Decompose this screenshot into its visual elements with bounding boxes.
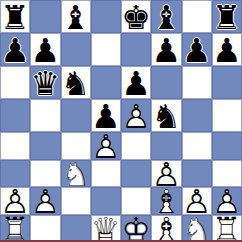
square-c1[interactable] (61, 215, 91, 242)
square-c6[interactable]: ♞ (61, 66, 91, 99)
square-b4[interactable] (30, 132, 60, 160)
square-a4[interactable] (0, 132, 30, 160)
piece-black-knight-icon: ♞ (61, 67, 91, 100)
square-d7[interactable] (91, 33, 121, 66)
piece-white-knight-icon: ♞♘ (61, 160, 91, 188)
square-d4[interactable]: ♟♙ (91, 132, 121, 160)
chess-board-widget: ♜♝♚♝♜♟♟♟♟♟♛♞♟♟♟♙♞♟♙♞♘♟♙♟♙♟♙♝♗♟♙♟♙♜♖♛♕♚♔♝… (0, 0, 242, 242)
piece-black-pawn-icon: ♟ (0, 34, 30, 67)
piece-white-king-icon: ♚♔ (121, 215, 151, 242)
square-f5[interactable]: ♞ (151, 99, 181, 132)
piece-white-rook-icon: ♜♖ (212, 215, 242, 242)
square-b1[interactable] (30, 215, 60, 242)
square-e7[interactable] (121, 33, 151, 66)
square-e1[interactable]: ♚♔ (121, 215, 151, 242)
piece-black-rook-icon: ♜ (0, 1, 30, 34)
square-e3[interactable] (121, 160, 151, 188)
piece-black-knight-icon: ♞ (151, 100, 181, 133)
square-a5[interactable] (0, 99, 30, 132)
square-h1[interactable]: ♜♖ (212, 215, 242, 242)
square-c8[interactable]: ♝ (61, 0, 91, 33)
square-d1[interactable]: ♛♕ (91, 215, 121, 242)
square-f1[interactable]: ♝♗ (151, 215, 181, 242)
square-c3[interactable]: ♞♘ (61, 160, 91, 188)
piece-black-pawn-icon: ♟ (121, 67, 151, 100)
square-a7[interactable]: ♟ (0, 33, 30, 66)
square-a6[interactable] (0, 66, 30, 99)
piece-black-rook-icon: ♜ (212, 1, 242, 34)
piece-white-pawn-icon: ♟♙ (91, 133, 121, 161)
square-e8[interactable]: ♚ (121, 0, 151, 33)
piece-black-pawn-icon: ♟ (30, 34, 60, 67)
square-b2[interactable]: ♟♙ (30, 187, 60, 215)
square-e6[interactable]: ♟ (121, 66, 151, 99)
square-h8[interactable]: ♜ (212, 0, 242, 33)
square-b5[interactable] (30, 99, 60, 132)
square-c7[interactable] (61, 33, 91, 66)
piece-white-rook-icon: ♜♖ (0, 215, 30, 242)
square-c5[interactable] (61, 99, 91, 132)
square-b6[interactable]: ♛ (30, 66, 60, 99)
piece-white-queen-icon: ♛♕ (91, 215, 121, 242)
square-g5[interactable] (182, 99, 212, 132)
square-c2[interactable] (61, 187, 91, 215)
square-d6[interactable] (91, 66, 121, 99)
square-g8[interactable] (182, 0, 212, 33)
piece-black-queen-icon: ♛ (30, 67, 60, 100)
piece-white-bishop-icon: ♝♗ (151, 215, 181, 242)
square-h4[interactable] (212, 132, 242, 160)
piece-white-pawn-icon: ♟♙ (30, 188, 60, 216)
square-h7[interactable]: ♟ (212, 33, 242, 66)
square-g6[interactable] (182, 66, 212, 99)
piece-black-pawn-icon: ♟ (151, 34, 181, 67)
square-e4[interactable] (121, 132, 151, 160)
piece-black-pawn-icon: ♟ (182, 34, 212, 67)
square-b8[interactable] (30, 0, 60, 33)
piece-black-king-icon: ♚ (121, 1, 151, 34)
square-g4[interactable] (182, 132, 212, 160)
square-h5[interactable] (212, 99, 242, 132)
square-f7[interactable]: ♟ (151, 33, 181, 66)
piece-black-bishop-icon: ♝ (151, 1, 181, 34)
square-e5[interactable]: ♟♙ (121, 99, 151, 132)
square-h6[interactable] (212, 66, 242, 99)
square-d8[interactable] (91, 0, 121, 33)
piece-black-bishop-icon: ♝ (61, 1, 91, 34)
square-b7[interactable]: ♟ (30, 33, 60, 66)
chess-board: ♜♝♚♝♜♟♟♟♟♟♛♞♟♟♟♙♞♟♙♞♘♟♙♟♙♟♙♝♗♟♙♟♙♜♖♛♕♚♔♝… (0, 0, 242, 242)
piece-black-pawn-icon: ♟ (212, 34, 242, 67)
square-a1[interactable]: ♜♖ (0, 215, 30, 242)
square-f6[interactable] (151, 66, 181, 99)
piece-white-pawn-icon: ♟♙ (121, 100, 151, 133)
square-g7[interactable]: ♟ (182, 33, 212, 66)
square-d3[interactable] (91, 160, 121, 188)
piece-white-knight-icon: ♞♘ (182, 215, 212, 242)
square-a8[interactable]: ♜ (0, 0, 30, 33)
square-f8[interactable]: ♝ (151, 0, 181, 33)
square-g1[interactable]: ♞♘ (182, 215, 212, 242)
